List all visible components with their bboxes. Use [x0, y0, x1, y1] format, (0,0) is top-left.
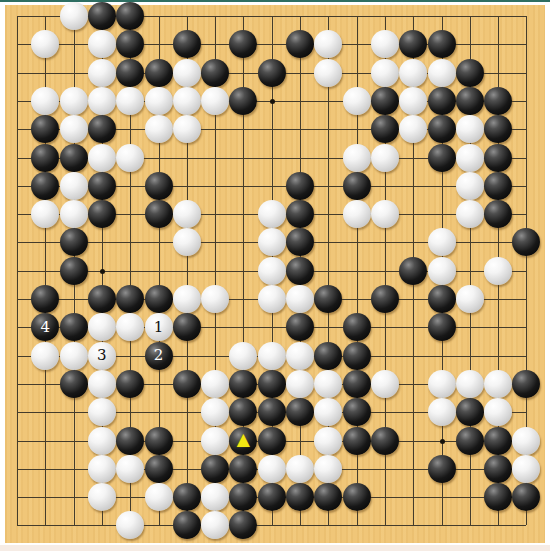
- stone-white[interactable]: [88, 59, 116, 87]
- stone-white[interactable]: [88, 455, 116, 483]
- stone-white[interactable]: [371, 370, 399, 398]
- stone-black[interactable]: [286, 30, 314, 58]
- stone-black[interactable]: [229, 455, 257, 483]
- stone-black[interactable]: [456, 87, 484, 115]
- stone-white[interactable]: [428, 370, 456, 398]
- stone-white[interactable]: [60, 172, 88, 200]
- stone-black[interactable]: [173, 483, 201, 511]
- stone-white[interactable]: [258, 285, 286, 313]
- stone-white[interactable]: [258, 342, 286, 370]
- stone-white[interactable]: [60, 2, 88, 30]
- stone-white[interactable]: [314, 455, 342, 483]
- stone-white[interactable]: [31, 87, 59, 115]
- stone-white[interactable]: [484, 398, 512, 426]
- stone-black[interactable]: [314, 285, 342, 313]
- stone-white[interactable]: [60, 115, 88, 143]
- triangle-marker-icon: ▲: [237, 431, 250, 448]
- stone-black[interactable]: [343, 172, 371, 200]
- stone-white[interactable]: [343, 144, 371, 172]
- stone-black[interactable]: [484, 455, 512, 483]
- stone-white[interactable]: [88, 483, 116, 511]
- stone-black[interactable]: [229, 87, 257, 115]
- stone-black[interactable]: [428, 313, 456, 341]
- stone-black[interactable]: [116, 30, 144, 58]
- move-number-label: 2: [154, 348, 164, 363]
- stone-white[interactable]: [201, 87, 229, 115]
- stone-black[interactable]: [484, 144, 512, 172]
- go-board-screenshot: 4132▲: [0, 0, 550, 551]
- stone-black[interactable]: [145, 172, 173, 200]
- stone-white[interactable]: [456, 370, 484, 398]
- stone-black[interactable]: [201, 59, 229, 87]
- stone-white[interactable]: [286, 285, 314, 313]
- stone-black[interactable]: [60, 144, 88, 172]
- stone-white[interactable]: [314, 427, 342, 455]
- stone-black[interactable]: [399, 257, 427, 285]
- stone-white[interactable]: [31, 342, 59, 370]
- stone-black[interactable]: [258, 370, 286, 398]
- stone-black[interactable]: [484, 87, 512, 115]
- stone-white[interactable]: [512, 455, 540, 483]
- stone-white[interactable]: [286, 342, 314, 370]
- stone-black[interactable]: [371, 115, 399, 143]
- stone-black[interactable]: [88, 285, 116, 313]
- stone-black[interactable]: [484, 483, 512, 511]
- stone-black[interactable]: [456, 59, 484, 87]
- stone-black[interactable]: [145, 200, 173, 228]
- stone-black[interactable]: [286, 200, 314, 228]
- stone-white[interactable]: [314, 30, 342, 58]
- stone-black[interactable]: [286, 172, 314, 200]
- stone-black[interactable]: [314, 342, 342, 370]
- stone-black[interactable]: [286, 398, 314, 426]
- stone-white[interactable]: [371, 200, 399, 228]
- stone-black[interactable]: [88, 200, 116, 228]
- stone-black[interactable]: [116, 427, 144, 455]
- stone-black[interactable]: [173, 30, 201, 58]
- stone-white[interactable]: [456, 115, 484, 143]
- stone-black[interactable]: ▲: [229, 427, 257, 455]
- stone-white[interactable]: [201, 483, 229, 511]
- move-number-label: 3: [97, 348, 107, 363]
- stone-white[interactable]: [343, 200, 371, 228]
- stone-white[interactable]: [116, 455, 144, 483]
- stone-white[interactable]: [60, 342, 88, 370]
- stone-black[interactable]: [484, 115, 512, 143]
- stone-black[interactable]: [428, 144, 456, 172]
- stone-white[interactable]: [399, 87, 427, 115]
- stone-black[interactable]: [343, 483, 371, 511]
- stone-black[interactable]: [145, 427, 173, 455]
- stone-black[interactable]: [173, 313, 201, 341]
- stone-white[interactable]: [286, 370, 314, 398]
- stone-black[interactable]: [88, 115, 116, 143]
- stone-black[interactable]: [371, 427, 399, 455]
- star-point: [100, 269, 105, 274]
- stone-white[interactable]: [116, 313, 144, 341]
- stone-white[interactable]: [371, 144, 399, 172]
- stone-black[interactable]: [60, 228, 88, 256]
- stone-white[interactable]: [31, 30, 59, 58]
- stone-white[interactable]: [371, 30, 399, 58]
- stone-white[interactable]: [456, 144, 484, 172]
- board-frame-top-strip: [0, 0, 550, 2]
- stone-white[interactable]: [88, 427, 116, 455]
- stone-black[interactable]: [371, 285, 399, 313]
- stone-white[interactable]: [456, 200, 484, 228]
- stone-black[interactable]: [229, 483, 257, 511]
- stone-white[interactable]: [173, 87, 201, 115]
- stone-black[interactable]: [60, 370, 88, 398]
- stone-black[interactable]: [258, 427, 286, 455]
- stone-white[interactable]: [145, 87, 173, 115]
- move-number-label: 4: [41, 320, 51, 335]
- stone-black[interactable]: [60, 257, 88, 285]
- stone-black[interactable]: [258, 59, 286, 87]
- stone-black[interactable]: [343, 342, 371, 370]
- stone-white[interactable]: [116, 511, 144, 539]
- stone-white[interactable]: [343, 87, 371, 115]
- stone-black[interactable]: [116, 59, 144, 87]
- stone-black[interactable]: [31, 172, 59, 200]
- stone-black[interactable]: [512, 370, 540, 398]
- stone-white[interactable]: [60, 200, 88, 228]
- stone-white[interactable]: [88, 144, 116, 172]
- stone-black[interactable]: [173, 370, 201, 398]
- stone-black[interactable]: [314, 483, 342, 511]
- stone-white[interactable]: [314, 398, 342, 426]
- stone-black[interactable]: 4: [31, 313, 59, 341]
- stone-black[interactable]: [88, 172, 116, 200]
- stone-black[interactable]: [88, 2, 116, 30]
- stone-white[interactable]: [229, 342, 257, 370]
- stone-black[interactable]: [512, 228, 540, 256]
- stone-black[interactable]: [116, 370, 144, 398]
- stone-black[interactable]: [229, 398, 257, 426]
- stone-white[interactable]: [258, 200, 286, 228]
- stone-black[interactable]: [145, 59, 173, 87]
- stone-black[interactable]: [116, 2, 144, 30]
- stone-black[interactable]: 2: [145, 342, 173, 370]
- stone-black[interactable]: [286, 313, 314, 341]
- stone-white[interactable]: [399, 59, 427, 87]
- stone-white[interactable]: [258, 257, 286, 285]
- stone-black[interactable]: [343, 370, 371, 398]
- stone-black[interactable]: [31, 285, 59, 313]
- stone-black[interactable]: [286, 228, 314, 256]
- stone-white[interactable]: [60, 87, 88, 115]
- stone-white[interactable]: [428, 59, 456, 87]
- go-board[interactable]: 4132▲: [5, 5, 545, 543]
- stone-black[interactable]: [173, 511, 201, 539]
- stone-white[interactable]: [456, 172, 484, 200]
- stone-white[interactable]: [88, 370, 116, 398]
- stone-white[interactable]: [484, 370, 512, 398]
- stone-black[interactable]: [201, 455, 229, 483]
- stone-white[interactable]: [258, 455, 286, 483]
- stone-black[interactable]: [343, 427, 371, 455]
- stone-white[interactable]: [201, 285, 229, 313]
- stone-white[interactable]: [201, 511, 229, 539]
- stone-white[interactable]: [512, 427, 540, 455]
- stone-white[interactable]: [428, 228, 456, 256]
- stone-black[interactable]: [484, 172, 512, 200]
- stone-white[interactable]: [88, 30, 116, 58]
- stone-white[interactable]: [286, 455, 314, 483]
- stone-white[interactable]: [173, 285, 201, 313]
- stone-black[interactable]: [31, 115, 59, 143]
- stone-white[interactable]: [201, 427, 229, 455]
- stone-white[interactable]: 3: [88, 342, 116, 370]
- stone-white[interactable]: 1: [145, 313, 173, 341]
- stone-black[interactable]: [428, 87, 456, 115]
- stone-black[interactable]: [116, 285, 144, 313]
- stone-white[interactable]: [88, 313, 116, 341]
- stone-white[interactable]: [484, 257, 512, 285]
- stone-black[interactable]: [229, 370, 257, 398]
- stone-black[interactable]: [343, 313, 371, 341]
- stone-black[interactable]: [229, 511, 257, 539]
- stone-black[interactable]: [145, 455, 173, 483]
- stone-black[interactable]: [60, 313, 88, 341]
- stone-black[interactable]: [343, 398, 371, 426]
- stone-black[interactable]: [428, 30, 456, 58]
- stone-white[interactable]: [201, 398, 229, 426]
- stone-white[interactable]: [173, 59, 201, 87]
- stone-black[interactable]: [484, 200, 512, 228]
- stone-black[interactable]: [456, 398, 484, 426]
- stone-white[interactable]: [88, 87, 116, 115]
- stone-white[interactable]: [258, 228, 286, 256]
- stone-black[interactable]: [258, 398, 286, 426]
- star-point: [270, 99, 275, 104]
- stone-white[interactable]: [173, 228, 201, 256]
- stone-white[interactable]: [88, 398, 116, 426]
- stone-white[interactable]: [173, 115, 201, 143]
- stone-white[interactable]: [314, 59, 342, 87]
- board-frame-bottom-strip: [0, 545, 550, 551]
- stone-white[interactable]: [116, 87, 144, 115]
- stone-black[interactable]: [229, 30, 257, 58]
- stone-white[interactable]: [201, 370, 229, 398]
- stone-black[interactable]: [512, 483, 540, 511]
- stone-black[interactable]: [399, 30, 427, 58]
- stone-white[interactable]: [428, 398, 456, 426]
- stone-black[interactable]: [371, 87, 399, 115]
- stone-white[interactable]: [31, 200, 59, 228]
- stone-white[interactable]: [116, 144, 144, 172]
- stone-white[interactable]: [456, 285, 484, 313]
- stone-black[interactable]: [145, 285, 173, 313]
- stone-black[interactable]: [428, 115, 456, 143]
- stone-black[interactable]: [428, 455, 456, 483]
- star-point: [440, 439, 445, 444]
- stone-white[interactable]: [145, 483, 173, 511]
- stone-black[interactable]: [286, 483, 314, 511]
- stone-white[interactable]: [371, 59, 399, 87]
- stone-black[interactable]: [286, 257, 314, 285]
- stone-white[interactable]: [314, 370, 342, 398]
- stone-white[interactable]: [173, 200, 201, 228]
- stone-white[interactable]: [145, 115, 173, 143]
- stone-black[interactable]: [258, 483, 286, 511]
- stone-black[interactable]: [484, 427, 512, 455]
- move-number-label: 1: [154, 320, 164, 335]
- stone-black[interactable]: [428, 285, 456, 313]
- stone-black[interactable]: [31, 144, 59, 172]
- stone-white[interactable]: [399, 115, 427, 143]
- stone-white[interactable]: [428, 257, 456, 285]
- grid-line: [17, 525, 526, 526]
- stone-black[interactable]: [456, 427, 484, 455]
